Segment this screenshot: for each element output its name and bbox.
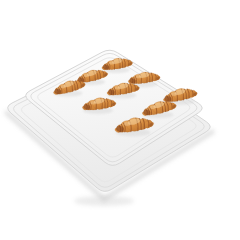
product-photo: [0, 0, 240, 240]
scene-svg: [0, 0, 240, 240]
stack-shadow-core: [74, 196, 134, 206]
